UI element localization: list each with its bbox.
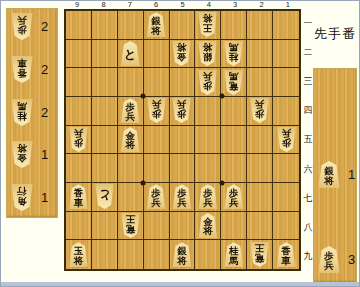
square-13[interactable] <box>273 68 299 97</box>
square-96[interactable] <box>66 154 92 183</box>
piece-kanji: 将 <box>151 26 161 36</box>
piece-kanji: 兵 <box>177 198 187 208</box>
shogi-piece-香車-sente[interactable]: 香車 <box>276 242 297 267</box>
square-77[interactable] <box>118 183 144 212</box>
piece-kanji: 竜 <box>229 81 239 91</box>
square-66[interactable] <box>144 154 170 183</box>
piece-kanji: 歩 <box>17 26 27 36</box>
shogi-piece-桂馬-sente[interactable]: 桂馬 <box>223 242 244 267</box>
square-41[interactable]: 王将 <box>195 11 221 40</box>
square-42[interactable]: 銀将 <box>195 40 221 69</box>
piece-kanji: 兵 <box>151 100 161 110</box>
piece-kanji: 歩 <box>281 138 291 148</box>
hand-entry-香車[interactable]: 香車2 <box>10 56 56 83</box>
piece-kanji: 馬 <box>229 72 239 82</box>
piece-kanji: と <box>124 48 136 61</box>
square-46[interactable] <box>195 154 221 183</box>
hand-count: 2 <box>37 62 52 77</box>
shogi-piece-歩兵-gote[interactable]: 歩兵 <box>249 98 270 123</box>
piece-kanji: 兵 <box>255 100 265 110</box>
shogi-piece-角行-gote[interactable]: 角行 <box>10 184 34 211</box>
shogi-piece-金将-gote[interactable]: 金将 <box>10 141 34 168</box>
shogi-piece-歩兵-gote[interactable]: 歩兵 <box>276 127 297 152</box>
square-45[interactable] <box>195 126 221 155</box>
square-26[interactable] <box>247 154 273 183</box>
square-72[interactable]: と <box>118 40 144 69</box>
square-97[interactable]: 香車 <box>66 183 92 212</box>
square-47[interactable]: 歩兵 <box>195 183 221 212</box>
shogi-piece-銀将-sente[interactable]: 銀将 <box>146 12 167 37</box>
square-59[interactable]: 銀将 <box>170 240 196 269</box>
sente-hand-stand: 銀将1歩兵3 <box>313 68 357 283</box>
square-14[interactable] <box>273 97 299 126</box>
square-53[interactable] <box>170 68 196 97</box>
shogi-piece-金将-gote[interactable]: 金将 <box>171 41 192 66</box>
square-84[interactable] <box>92 97 118 126</box>
piece-kanji: 竜 <box>125 224 135 234</box>
square-34[interactable] <box>221 97 247 126</box>
piece-kanji: 桂 <box>17 111 27 121</box>
square-88[interactable] <box>92 212 118 241</box>
square-25[interactable] <box>247 126 273 155</box>
piece-kanji: 兵 <box>281 129 291 139</box>
square-62[interactable] <box>144 40 170 69</box>
square-55[interactable] <box>170 126 196 155</box>
shogi-piece-歩兵-sente[interactable]: 歩兵 <box>120 98 141 123</box>
piece-kanji: 金 <box>17 154 27 164</box>
square-87[interactable]: と <box>92 183 118 212</box>
shogi-piece-歩兵-gote[interactable]: 歩兵 <box>197 70 218 95</box>
gote-hand-list: 歩兵2香車2桂馬2金将1角行1 <box>7 9 57 217</box>
square-31[interactable] <box>221 11 247 40</box>
piece-kanji: 金 <box>177 52 187 62</box>
square-61[interactable]: 銀将 <box>144 11 170 40</box>
square-81[interactable] <box>92 11 118 40</box>
piece-kanji: 馬 <box>229 43 239 53</box>
piece-kanji: 車 <box>17 59 27 69</box>
hand-count: 1 <box>37 147 52 162</box>
square-54[interactable]: 歩兵 <box>170 97 196 126</box>
shogi-piece-歩兵-sente[interactable]: 歩兵 <box>146 184 167 209</box>
hoshi-dot <box>141 94 146 99</box>
square-65[interactable] <box>144 126 170 155</box>
shogi-piece-歩兵-sente[interactable]: 歩兵 <box>223 184 244 209</box>
square-22[interactable] <box>247 40 273 69</box>
shogi-piece-銀将-gote[interactable]: 銀将 <box>197 41 218 66</box>
piece-kanji: 将 <box>203 14 213 24</box>
piece-kanji: 銀 <box>203 52 213 62</box>
square-79[interactable] <box>118 240 144 269</box>
square-57[interactable]: 歩兵 <box>170 183 196 212</box>
piece-kanji: と <box>98 189 110 202</box>
gote-hand-stand: 歩兵2香車2桂馬2金将1角行1 <box>6 8 58 218</box>
piece-kanji: 角 <box>17 197 27 207</box>
square-23[interactable] <box>247 68 273 97</box>
piece-kanji: 兵 <box>125 112 135 122</box>
square-89[interactable] <box>92 240 118 269</box>
square-76[interactable] <box>118 154 144 183</box>
piece-kanji: 王 <box>125 215 135 225</box>
hoshi-dot <box>220 94 225 99</box>
piece-kanji: 歩 <box>151 110 161 120</box>
hand-entry-角行[interactable]: 角行1 <box>10 184 56 211</box>
piece-kanji: 将 <box>74 256 84 266</box>
square-49[interactable] <box>195 240 221 269</box>
square-78[interactable]: 竜王 <box>118 212 144 241</box>
square-69[interactable] <box>144 240 170 269</box>
square-51[interactable] <box>170 11 196 40</box>
shogi-app-window: 歩兵2香車2桂馬2金将1角行1 987654321 一二三四五六七八九 銀将王将… <box>0 0 360 287</box>
square-29[interactable]: 竜王 <box>247 240 273 269</box>
piece-kanji: 将 <box>203 226 213 236</box>
square-28[interactable] <box>247 212 273 241</box>
piece-kanji: 車 <box>281 256 291 266</box>
piece-kanji: 兵 <box>177 100 187 110</box>
shogi-piece-歩兵-gote[interactable]: 歩兵 <box>171 98 192 123</box>
square-27[interactable] <box>247 183 273 212</box>
piece-kanji: 竜 <box>255 254 265 264</box>
square-92[interactable] <box>66 40 92 69</box>
square-32[interactable]: 桂馬 <box>221 40 247 69</box>
square-68[interactable] <box>144 212 170 241</box>
shogi-piece-歩兵-sente[interactable]: 歩兵 <box>317 246 341 273</box>
piece-kanji: 行 <box>17 187 27 197</box>
shogi-piece-竜王-gote[interactable]: 竜王 <box>120 213 141 238</box>
square-71[interactable] <box>118 11 144 40</box>
piece-kanji: 兵 <box>74 129 84 139</box>
hand-count: 2 <box>37 105 52 120</box>
hand-entry-歩兵[interactable]: 歩兵3 <box>317 246 359 273</box>
piece-kanji: 馬 <box>229 256 239 266</box>
square-11[interactable] <box>273 11 299 40</box>
square-16[interactable] <box>273 154 299 183</box>
shogi-piece-王将-gote[interactable]: 王将 <box>197 12 218 37</box>
shogi-piece-と-sente[interactable]: と <box>120 41 141 66</box>
square-91[interactable] <box>66 11 92 40</box>
shogi-piece-銀将-sente[interactable]: 銀将 <box>171 242 192 267</box>
file-label-9: 9 <box>64 1 90 9</box>
file-label-7: 7 <box>117 1 143 9</box>
piece-kanji: 将 <box>203 43 213 53</box>
file-label-8: 8 <box>90 1 116 9</box>
piece-kanji: 将 <box>177 256 187 266</box>
piece-kanji: 将 <box>125 140 135 150</box>
square-58[interactable] <box>170 212 196 241</box>
square-19[interactable]: 香車 <box>273 240 299 269</box>
piece-kanji: 馬 <box>17 102 27 112</box>
square-52[interactable]: 金将 <box>170 40 196 69</box>
hand-entry-歩兵[interactable]: 歩兵2 <box>10 13 56 40</box>
piece-kanji: 歩 <box>74 138 84 148</box>
file-label-4: 4 <box>196 1 222 9</box>
square-64[interactable]: 歩兵 <box>144 97 170 126</box>
shogi-piece-歩兵-gote[interactable]: 歩兵 <box>146 98 167 123</box>
square-21[interactable] <box>247 11 273 40</box>
square-94[interactable] <box>66 97 92 126</box>
square-36[interactable] <box>221 154 247 183</box>
piece-kanji: 兵 <box>229 198 239 208</box>
window-bottom-edge <box>1 282 359 286</box>
piece-kanji: 王 <box>255 244 265 254</box>
square-82[interactable] <box>92 40 118 69</box>
piece-kanji: 兵 <box>324 261 334 271</box>
square-85[interactable] <box>92 126 118 155</box>
hand-entry-桂馬[interactable]: 桂馬2 <box>10 99 56 126</box>
hand-count: 2 <box>37 19 52 34</box>
square-48[interactable]: 金将 <box>195 212 221 241</box>
square-15[interactable]: 歩兵 <box>273 126 299 155</box>
hand-count: 1 <box>344 167 359 182</box>
square-24[interactable]: 歩兵 <box>247 97 273 126</box>
file-label-2: 2 <box>248 1 274 9</box>
hoshi-dot <box>141 181 146 186</box>
square-86[interactable] <box>92 154 118 183</box>
square-35[interactable] <box>221 126 247 155</box>
shogi-piece-歩兵-gote[interactable]: 歩兵 <box>68 127 89 152</box>
square-17[interactable] <box>273 183 299 212</box>
piece-kanji: 香 <box>17 68 27 78</box>
rank-label-1: 一 <box>302 9 314 38</box>
piece-kanji: 車 <box>74 198 84 208</box>
piece-kanji: 桂 <box>229 52 239 62</box>
shogi-piece-銀将-sente[interactable]: 銀将 <box>317 161 341 188</box>
piece-kanji: 歩 <box>255 110 265 120</box>
square-18[interactable] <box>273 212 299 241</box>
square-43[interactable]: 歩兵 <box>195 68 221 97</box>
shogi-piece-歩兵-sente[interactable]: 歩兵 <box>171 184 192 209</box>
hand-entry-金将[interactable]: 金将1 <box>10 141 56 168</box>
square-83[interactable] <box>92 68 118 97</box>
shogi-piece-歩兵-sente[interactable]: 歩兵 <box>197 184 218 209</box>
shogi-board: 銀将王将と金将銀将桂馬歩兵竜馬歩兵歩兵歩兵歩兵歩兵金将歩兵香車と歩兵歩兵歩兵歩兵… <box>64 9 301 271</box>
square-56[interactable] <box>170 154 196 183</box>
piece-kanji: 兵 <box>17 16 27 26</box>
shogi-piece-竜王-gote[interactable]: 竜王 <box>249 242 270 267</box>
hand-entry-銀将[interactable]: 銀将1 <box>317 161 359 188</box>
turn-indicator: 先手番 <box>314 25 356 43</box>
square-38[interactable] <box>221 212 247 241</box>
square-73[interactable] <box>118 68 144 97</box>
file-label-6: 6 <box>143 1 169 9</box>
file-coordinate-labels: 987654321 <box>64 1 301 9</box>
hand-count: 3 <box>344 252 359 267</box>
shogi-piece-香車-gote[interactable]: 香車 <box>10 56 34 83</box>
shogi-piece-竜馬-gote[interactable]: 竜馬 <box>223 70 244 95</box>
piece-kanji: 将 <box>324 176 334 186</box>
shogi-piece-玉将-sente[interactable]: 玉将 <box>68 242 89 267</box>
square-33[interactable]: 竜馬 <box>221 68 247 97</box>
piece-kanji: 王 <box>203 24 213 34</box>
shogi-piece-と-gote[interactable]: と <box>94 184 115 209</box>
square-95[interactable]: 歩兵 <box>66 126 92 155</box>
square-39[interactable]: 桂馬 <box>221 240 247 269</box>
square-98[interactable] <box>66 212 92 241</box>
file-label-3: 3 <box>222 1 248 9</box>
square-63[interactable] <box>144 68 170 97</box>
piece-kanji: 兵 <box>151 198 161 208</box>
shogi-piece-香車-sente[interactable]: 香車 <box>68 184 89 209</box>
file-label-5: 5 <box>169 1 195 9</box>
square-93[interactable] <box>66 68 92 97</box>
square-99[interactable]: 玉将 <box>66 240 92 269</box>
piece-kanji: 将 <box>17 144 27 154</box>
hoshi-dot <box>220 181 225 186</box>
square-44[interactable] <box>195 97 221 126</box>
square-75[interactable]: 金将 <box>118 126 144 155</box>
rank-label-2: 二 <box>302 38 314 67</box>
square-74[interactable]: 歩兵 <box>118 97 144 126</box>
shogi-piece-歩兵-gote[interactable]: 歩兵 <box>10 13 34 40</box>
shogi-piece-桂馬-gote[interactable]: 桂馬 <box>223 41 244 66</box>
piece-kanji: 兵 <box>203 198 213 208</box>
square-37[interactable]: 歩兵 <box>221 183 247 212</box>
shogi-piece-桂馬-gote[interactable]: 桂馬 <box>10 99 34 126</box>
square-67[interactable]: 歩兵 <box>144 183 170 212</box>
file-label-1: 1 <box>275 1 301 9</box>
piece-kanji: 歩 <box>177 110 187 120</box>
shogi-piece-金将-sente[interactable]: 金将 <box>120 127 141 152</box>
piece-kanji: 歩 <box>203 81 213 91</box>
hand-count: 1 <box>37 190 52 205</box>
piece-kanji: 兵 <box>203 72 213 82</box>
square-12[interactable] <box>273 40 299 69</box>
piece-kanji: 将 <box>177 43 187 53</box>
shogi-piece-金将-sente[interactable]: 金将 <box>197 213 218 238</box>
